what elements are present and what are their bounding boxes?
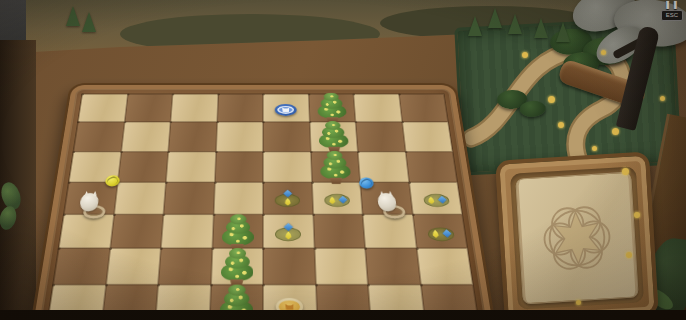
board-square[interactable] <box>310 151 360 182</box>
card-tray[interactable] <box>495 151 659 320</box>
board-square[interactable] <box>170 94 217 122</box>
fir-tree-icon <box>534 18 548 38</box>
fir-tree-icon <box>468 16 482 36</box>
yellow-flower <box>634 212 640 218</box>
board-square[interactable] <box>263 122 310 151</box>
board-square[interactable] <box>263 249 315 285</box>
yellow-flower <box>622 168 629 175</box>
yellow-flower <box>626 252 632 258</box>
board-square[interactable] <box>358 151 409 182</box>
pause-icon: ❚❚ <box>658 0 686 9</box>
board-square[interactable] <box>263 182 313 214</box>
yellow-flower <box>601 50 606 55</box>
board-square[interactable] <box>363 215 417 249</box>
board-square[interactable] <box>365 249 420 285</box>
board-square[interactable] <box>106 249 161 285</box>
fir-tree-icon <box>82 12 96 32</box>
fir-tree-icon <box>488 8 502 28</box>
yellow-flower <box>612 128 619 135</box>
rosette-emblem <box>536 203 618 274</box>
board-square[interactable] <box>64 182 117 214</box>
board-square[interactable] <box>216 122 263 151</box>
board-square[interactable] <box>110 215 164 249</box>
yellow-flower <box>522 52 528 58</box>
board-square[interactable] <box>405 151 457 182</box>
yellow-flower <box>592 146 597 151</box>
board-square[interactable] <box>53 249 110 285</box>
pause-button[interactable]: ❚❚ ESC <box>658 0 686 20</box>
board-square[interactable] <box>73 122 124 151</box>
board-square[interactable] <box>117 151 168 182</box>
board-square[interactable] <box>161 215 213 249</box>
board-square[interactable] <box>217 94 263 122</box>
fir-tree-icon <box>556 22 570 42</box>
board-square[interactable] <box>312 182 363 214</box>
esc-key-label: ESC <box>661 10 683 21</box>
board-square[interactable] <box>309 122 357 151</box>
board-square[interactable] <box>163 182 214 214</box>
yellow-flower <box>576 300 581 305</box>
board-square[interactable] <box>360 182 412 214</box>
board-square[interactable] <box>409 182 462 214</box>
board-square[interactable] <box>313 215 365 249</box>
board-square[interactable] <box>263 94 309 122</box>
board-square[interactable] <box>69 151 121 182</box>
board-square[interactable] <box>263 151 312 182</box>
yellow-flower <box>548 96 555 103</box>
board-square[interactable] <box>121 122 171 151</box>
board-square[interactable] <box>158 249 212 285</box>
fir-tree-icon <box>508 14 522 34</box>
board-square[interactable] <box>308 94 355 122</box>
board-square[interactable] <box>356 122 406 151</box>
board-square[interactable] <box>314 249 368 285</box>
board-square[interactable] <box>166 151 216 182</box>
board-square[interactable] <box>399 94 448 122</box>
board-square[interactable] <box>402 122 453 151</box>
board-square[interactable] <box>213 182 263 214</box>
board-square[interactable] <box>211 249 263 285</box>
board-square[interactable] <box>214 151 263 182</box>
screen-bottom-edge <box>0 310 686 320</box>
board-square[interactable] <box>263 215 314 249</box>
board-square[interactable] <box>59 215 114 249</box>
board-square[interactable] <box>168 122 216 151</box>
board-square[interactable] <box>114 182 166 214</box>
rosette-card[interactable] <box>515 172 638 305</box>
board-square[interactable] <box>416 249 473 285</box>
board-square[interactable] <box>78 94 127 122</box>
board-square[interactable] <box>212 215 263 249</box>
fir-tree-icon <box>66 6 80 26</box>
board-square[interactable] <box>353 94 401 122</box>
board-grid <box>46 93 479 320</box>
yellow-flower <box>558 122 564 128</box>
board-square[interactable] <box>124 94 172 122</box>
game-board <box>28 83 498 320</box>
board-square[interactable] <box>412 215 467 249</box>
table-left-edge <box>0 40 36 314</box>
yellow-flower <box>660 96 665 101</box>
